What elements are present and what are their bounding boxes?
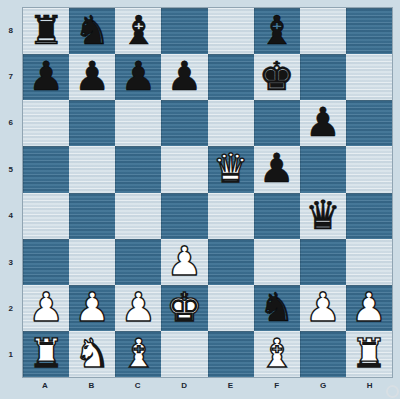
rank-label-8: 8 [0, 7, 22, 53]
square-f4[interactable] [254, 193, 300, 239]
piece-black-bishop[interactable]: ♝ [120, 8, 156, 53]
rank-label-7: 7 [0, 53, 22, 99]
square-h6[interactable] [346, 100, 392, 146]
square-f8[interactable]: ♝ [254, 8, 300, 54]
square-c3[interactable] [115, 239, 161, 285]
square-f2[interactable]: ♞ [254, 285, 300, 331]
chess-diagram: 87654321 ♜♞♝♝♟♟♟♟♚♟♛♟♛♟♟♟♟♚♞♟♟♜♞♝♝♜ ABCD… [0, 0, 400, 399]
piece-white-pawn[interactable]: ♟ [74, 285, 110, 330]
rank-label-2: 2 [0, 285, 22, 331]
square-e4[interactable] [208, 193, 254, 239]
square-g7[interactable] [300, 54, 346, 100]
square-g6[interactable]: ♟ [300, 100, 346, 146]
piece-white-rook[interactable]: ♜ [28, 331, 64, 376]
piece-black-queen[interactable]: ♛ [305, 193, 341, 238]
board: ♜♞♝♝♟♟♟♟♚♟♛♟♛♟♟♟♟♚♞♟♟♜♞♝♝♜ [22, 7, 393, 378]
file-label-b: B [68, 378, 114, 399]
square-d4[interactable] [161, 193, 207, 239]
square-b3[interactable] [69, 239, 115, 285]
piece-white-pawn[interactable]: ♟ [167, 239, 203, 284]
square-b6[interactable] [69, 100, 115, 146]
square-g1[interactable] [300, 331, 346, 377]
square-b4[interactable] [69, 193, 115, 239]
square-h7[interactable] [346, 54, 392, 100]
square-e2[interactable] [208, 285, 254, 331]
square-d2[interactable]: ♚ [161, 285, 207, 331]
corner-dot [386, 385, 399, 398]
square-g5[interactable] [300, 146, 346, 192]
square-c8[interactable]: ♝ [115, 8, 161, 54]
rank-label-4: 4 [0, 193, 22, 239]
file-labels: ABCDEFGH [22, 378, 393, 399]
square-a5[interactable] [23, 146, 69, 192]
piece-white-pawn[interactable]: ♟ [28, 285, 64, 330]
file-label-f: F [254, 378, 300, 399]
square-h2[interactable]: ♟ [346, 285, 392, 331]
square-b8[interactable]: ♞ [69, 8, 115, 54]
square-f3[interactable] [254, 239, 300, 285]
file-label-d: D [161, 378, 207, 399]
square-e3[interactable] [208, 239, 254, 285]
piece-white-rook[interactable]: ♜ [351, 331, 387, 376]
square-d5[interactable] [161, 146, 207, 192]
piece-black-rook[interactable]: ♜ [28, 8, 64, 53]
piece-white-pawn[interactable]: ♟ [305, 285, 341, 330]
rank-label-3: 3 [0, 239, 22, 285]
square-d6[interactable] [161, 100, 207, 146]
square-c1[interactable]: ♝ [115, 331, 161, 377]
square-g3[interactable] [300, 239, 346, 285]
piece-white-pawn[interactable]: ♟ [351, 285, 387, 330]
piece-white-bishop[interactable]: ♝ [259, 331, 295, 376]
square-f1[interactable]: ♝ [254, 331, 300, 377]
square-h8[interactable] [346, 8, 392, 54]
square-d1[interactable] [161, 331, 207, 377]
square-d7[interactable]: ♟ [161, 54, 207, 100]
square-h1[interactable]: ♜ [346, 331, 392, 377]
square-e6[interactable] [208, 100, 254, 146]
square-c5[interactable] [115, 146, 161, 192]
rank-labels: 87654321 [0, 7, 22, 378]
piece-black-bishop[interactable]: ♝ [259, 8, 295, 53]
square-c7[interactable]: ♟ [115, 54, 161, 100]
square-b7[interactable]: ♟ [69, 54, 115, 100]
file-label-e: E [208, 378, 254, 399]
square-e1[interactable] [208, 331, 254, 377]
square-c6[interactable] [115, 100, 161, 146]
rank-label-1: 1 [0, 332, 22, 378]
square-c2[interactable]: ♟ [115, 285, 161, 331]
square-h4[interactable] [346, 193, 392, 239]
square-b2[interactable]: ♟ [69, 285, 115, 331]
square-f5[interactable]: ♟ [254, 146, 300, 192]
square-a8[interactable]: ♜ [23, 8, 69, 54]
square-g8[interactable] [300, 8, 346, 54]
square-e8[interactable] [208, 8, 254, 54]
square-d8[interactable] [161, 8, 207, 54]
square-a7[interactable]: ♟ [23, 54, 69, 100]
square-g4[interactable]: ♛ [300, 193, 346, 239]
piece-black-pawn[interactable]: ♟ [120, 54, 156, 99]
square-g2[interactable]: ♟ [300, 285, 346, 331]
square-a6[interactable] [23, 100, 69, 146]
square-e5[interactable]: ♛ [208, 146, 254, 192]
square-f6[interactable] [254, 100, 300, 146]
piece-black-king[interactable]: ♚ [259, 54, 295, 99]
file-label-g: G [300, 378, 346, 399]
piece-white-queen[interactable]: ♛ [213, 146, 249, 191]
square-b1[interactable]: ♞ [69, 331, 115, 377]
square-h5[interactable] [346, 146, 392, 192]
piece-black-pawn[interactable]: ♟ [74, 54, 110, 99]
piece-white-pawn[interactable]: ♟ [120, 285, 156, 330]
file-label-a: A [22, 378, 68, 399]
square-a4[interactable] [23, 193, 69, 239]
rank-label-6: 6 [0, 100, 22, 146]
piece-black-pawn[interactable]: ♟ [305, 100, 341, 145]
square-d3[interactable]: ♟ [161, 239, 207, 285]
piece-black-pawn[interactable]: ♟ [259, 146, 295, 191]
square-a3[interactable] [23, 239, 69, 285]
square-a1[interactable]: ♜ [23, 331, 69, 377]
piece-black-knight[interactable]: ♞ [259, 285, 295, 330]
square-e7[interactable] [208, 54, 254, 100]
rank-label-5: 5 [0, 146, 22, 192]
piece-white-bishop[interactable]: ♝ [120, 331, 156, 376]
piece-black-pawn[interactable]: ♟ [167, 54, 203, 99]
piece-white-king[interactable]: ♚ [167, 285, 203, 330]
piece-black-pawn[interactable]: ♟ [28, 54, 64, 99]
piece-black-knight[interactable]: ♞ [74, 8, 110, 53]
square-h3[interactable] [346, 239, 392, 285]
square-c4[interactable] [115, 193, 161, 239]
square-a2[interactable]: ♟ [23, 285, 69, 331]
piece-white-knight[interactable]: ♞ [74, 331, 110, 376]
square-f7[interactable]: ♚ [254, 54, 300, 100]
file-label-c: C [115, 378, 161, 399]
square-b5[interactable] [69, 146, 115, 192]
